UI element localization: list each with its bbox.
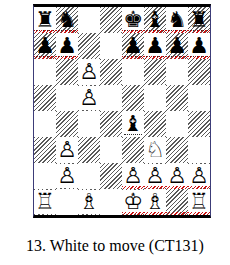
square-g4[interactable] [166, 111, 188, 137]
square-h5[interactable] [188, 85, 210, 111]
square-a3[interactable] [34, 137, 56, 163]
square-b2[interactable]: ♙ [56, 163, 78, 189]
square-b1[interactable] [56, 189, 78, 215]
square-c4[interactable] [78, 111, 100, 137]
red-zigzag-underline [56, 56, 78, 59]
chess-board-frame: ♜♞♚♝♞♜♟♟♟♟♟♟♙♙♝♙♘♙♙♙♙♙♖♗♔♗♖ [33, 4, 211, 218]
red-zigzag-underline [144, 30, 166, 33]
black-rook-piece: ♜ [188, 8, 210, 32]
black-bishop-piece: ♝ [122, 112, 144, 136]
square-f7[interactable]: ♟ [144, 33, 166, 59]
square-a8[interactable]: ♜ [34, 7, 56, 33]
red-zigzag-underline [122, 30, 144, 33]
black-king-piece: ♚ [122, 8, 144, 32]
red-zigzag-underline [56, 30, 78, 33]
square-d4[interactable] [100, 111, 122, 137]
square-c6[interactable]: ♙ [78, 59, 100, 85]
black-rook-piece: ♜ [34, 8, 56, 32]
square-a4[interactable] [34, 111, 56, 137]
square-c5[interactable]: ♙ [78, 85, 100, 111]
black-pawn-piece: ♟ [56, 34, 78, 58]
square-e5[interactable] [122, 85, 144, 111]
square-e8[interactable]: ♚ [122, 7, 144, 33]
square-d8[interactable] [100, 7, 122, 33]
square-a2[interactable] [34, 163, 56, 189]
square-f5[interactable] [144, 85, 166, 111]
square-d6[interactable] [100, 59, 122, 85]
black-pawn-piece: ♟ [34, 34, 56, 58]
square-h7[interactable]: ♟ [188, 33, 210, 59]
square-d7[interactable] [100, 33, 122, 59]
square-a7[interactable]: ♟ [34, 33, 56, 59]
square-h2[interactable]: ♙ [188, 163, 210, 189]
square-b6[interactable] [56, 59, 78, 85]
square-e2[interactable]: ♙ [122, 163, 144, 189]
red-zigzag-underline [166, 30, 188, 33]
square-h3[interactable] [188, 137, 210, 163]
red-zigzag-underline [34, 30, 56, 33]
black-knight-piece: ♞ [56, 8, 78, 32]
white-bishop-piece: ♗ [144, 190, 166, 214]
square-g5[interactable] [166, 85, 188, 111]
square-g8[interactable]: ♞ [166, 7, 188, 33]
white-pawn-piece: ♙ [78, 86, 100, 110]
square-f1[interactable]: ♗ [144, 189, 166, 215]
square-h4[interactable] [188, 111, 210, 137]
square-g7[interactable]: ♟ [166, 33, 188, 59]
square-f2[interactable]: ♙ [144, 163, 166, 189]
white-king-piece: ♔ [122, 190, 144, 214]
black-knight-piece: ♞ [166, 8, 188, 32]
red-zigzag-underline [144, 56, 166, 59]
square-a5[interactable] [34, 85, 56, 111]
white-pawn-piece: ♙ [78, 60, 100, 84]
black-pawn-piece: ♟ [166, 34, 188, 58]
square-b3[interactable]: ♙ [56, 137, 78, 163]
square-e3[interactable] [122, 137, 144, 163]
square-c3[interactable] [78, 137, 100, 163]
chess-board: ♜♞♚♝♞♜♟♟♟♟♟♟♙♙♝♙♘♙♙♙♙♙♖♗♔♗♖ [34, 7, 210, 215]
red-zigzag-underline [122, 56, 144, 59]
red-zigzag-underline [122, 186, 144, 189]
square-b8[interactable]: ♞ [56, 7, 78, 33]
square-g6[interactable] [166, 59, 188, 85]
square-c8[interactable] [78, 7, 100, 33]
red-zigzag-underline [122, 212, 144, 215]
white-pawn-piece: ♙ [166, 164, 188, 188]
white-knight-piece: ♘ [144, 138, 166, 162]
white-rook-piece: ♖ [34, 190, 56, 214]
red-zigzag-underline [144, 212, 166, 215]
white-rook-piece: ♖ [188, 190, 210, 214]
black-pawn-piece: ♟ [144, 34, 166, 58]
square-g2[interactable]: ♙ [166, 163, 188, 189]
square-h6[interactable] [188, 59, 210, 85]
square-c7[interactable] [78, 33, 100, 59]
square-c2[interactable] [78, 163, 100, 189]
red-zigzag-underline [144, 186, 166, 189]
square-f8[interactable]: ♝ [144, 7, 166, 33]
square-g3[interactable] [166, 137, 188, 163]
square-g1[interactable] [166, 189, 188, 215]
square-h1[interactable]: ♖ [188, 189, 210, 215]
white-bishop-piece: ♗ [78, 190, 100, 214]
black-pawn-piece: ♟ [122, 34, 144, 58]
square-e4[interactable]: ♝ [122, 111, 144, 137]
square-b5[interactable] [56, 85, 78, 111]
black-bishop-piece: ♝ [144, 8, 166, 32]
white-pawn-piece: ♙ [122, 164, 144, 188]
red-zigzag-underline [166, 56, 188, 59]
square-e1[interactable]: ♔ [122, 189, 144, 215]
red-zigzag-underline [188, 56, 210, 59]
square-e6[interactable] [122, 59, 144, 85]
white-pawn-piece: ♙ [56, 164, 78, 188]
red-zigzag-underline [188, 30, 210, 33]
red-zigzag-underline [188, 212, 210, 215]
square-b4[interactable] [56, 111, 78, 137]
red-zigzag-underline [188, 186, 210, 189]
square-b7[interactable]: ♟ [56, 33, 78, 59]
square-f4[interactable] [144, 111, 166, 137]
white-pawn-piece: ♙ [56, 138, 78, 162]
square-d2[interactable] [100, 163, 122, 189]
square-h8[interactable]: ♜ [188, 7, 210, 33]
black-pawn-piece: ♟ [188, 34, 210, 58]
square-e7[interactable]: ♟ [122, 33, 144, 59]
white-pawn-piece: ♙ [144, 164, 166, 188]
red-zigzag-underline [166, 212, 188, 215]
square-a1[interactable]: ♖ [34, 189, 56, 215]
square-f6[interactable] [144, 59, 166, 85]
diagram-caption: 13. White to move (CT131) [0, 237, 230, 255]
red-zigzag-underline [34, 56, 56, 59]
red-zigzag-underline [166, 186, 188, 189]
square-c1[interactable]: ♗ [78, 189, 100, 215]
square-a6[interactable] [34, 59, 56, 85]
white-pawn-piece: ♙ [188, 164, 210, 188]
square-d5[interactable] [100, 85, 122, 111]
square-d3[interactable] [100, 137, 122, 163]
chess-diagram-page: ♜♞♚♝♞♜♟♟♟♟♟♟♙♙♝♙♘♙♙♙♙♙♖♗♔♗♖ 13. White to… [0, 0, 230, 265]
square-d1[interactable] [100, 189, 122, 215]
square-f3[interactable]: ♘ [144, 137, 166, 163]
